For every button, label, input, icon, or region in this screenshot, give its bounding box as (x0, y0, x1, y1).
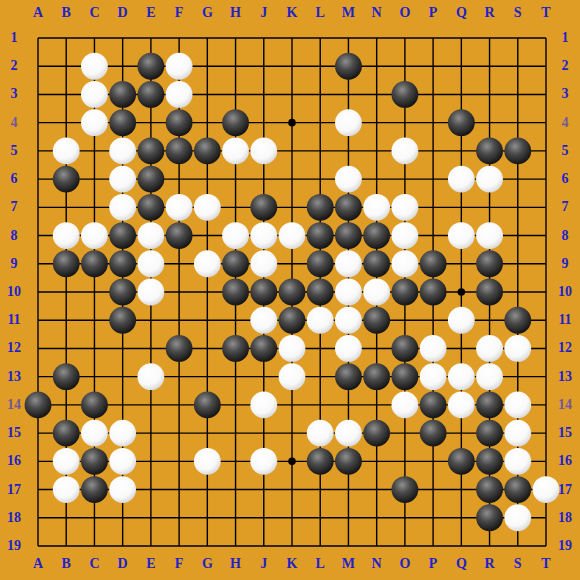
stone-white (109, 137, 136, 164)
row-label-right: 2 (562, 59, 569, 73)
stone-white (476, 222, 503, 249)
column-label-bottom: L (316, 557, 325, 571)
stone-black (81, 391, 108, 418)
stone-black (222, 250, 249, 277)
stone-white (81, 222, 108, 249)
stone-black (504, 476, 531, 503)
stone-black (363, 222, 390, 249)
row-label-left: 14 (7, 398, 21, 412)
stone-white (504, 391, 531, 418)
stone-black (137, 81, 164, 108)
stone-black (137, 53, 164, 80)
row-label-right: 11 (558, 313, 571, 327)
column-label-bottom: A (33, 557, 43, 571)
stone-black (363, 363, 390, 390)
stone-black (222, 279, 249, 306)
stone-white (166, 81, 193, 108)
row-label-right: 14 (558, 398, 572, 412)
stone-white (279, 335, 306, 362)
row-label-left: 10 (7, 285, 21, 299)
stone-white (250, 307, 277, 334)
row-label-right: 5 (562, 144, 569, 158)
column-label-bottom: G (202, 557, 213, 571)
stone-black (250, 279, 277, 306)
column-label-bottom: J (260, 557, 267, 571)
row-label-left: 7 (11, 200, 18, 214)
stone-white (420, 335, 447, 362)
stone-white (448, 307, 475, 334)
stone-black (363, 420, 390, 447)
stone-black (391, 279, 418, 306)
stone-black (335, 448, 362, 475)
row-label-right: 4 (562, 116, 569, 130)
stone-black (53, 250, 80, 277)
stone-black (420, 420, 447, 447)
column-label-bottom: P (429, 557, 438, 571)
row-label-right: 18 (558, 511, 572, 525)
stone-black (166, 137, 193, 164)
row-label-left: 13 (7, 370, 21, 384)
stone-black (476, 137, 503, 164)
row-label-left: 8 (11, 229, 18, 243)
stone-black (53, 363, 80, 390)
row-label-right: 12 (558, 341, 572, 355)
stone-white (137, 250, 164, 277)
stone-white (109, 448, 136, 475)
column-label-bottom: H (230, 557, 241, 571)
column-label-bottom: E (146, 557, 155, 571)
stone-white (448, 363, 475, 390)
stone-white (504, 448, 531, 475)
stone-white (137, 222, 164, 249)
stone-black (109, 109, 136, 136)
stone-black (335, 222, 362, 249)
stone-white (166, 194, 193, 221)
column-label-top: L (316, 6, 325, 20)
row-label-left: 5 (11, 144, 18, 158)
stone-black (53, 420, 80, 447)
column-label-top: Q (456, 6, 467, 20)
stone-black (166, 109, 193, 136)
stone-white (194, 194, 221, 221)
stone-black (363, 307, 390, 334)
row-label-left: 15 (7, 426, 21, 440)
stone-black (504, 307, 531, 334)
stone-white (137, 279, 164, 306)
star-point (288, 119, 296, 127)
row-label-left: 3 (11, 87, 18, 101)
stone-black (222, 335, 249, 362)
stone-white (476, 363, 503, 390)
stone-black (335, 194, 362, 221)
row-label-right: 9 (562, 257, 569, 271)
row-label-left: 16 (7, 454, 21, 468)
stone-black (109, 307, 136, 334)
row-label-right: 19 (558, 539, 572, 553)
stone-black (166, 335, 193, 362)
stone-black (81, 448, 108, 475)
stone-white (137, 363, 164, 390)
column-label-top: A (33, 6, 43, 20)
column-label-bottom: Q (456, 557, 467, 571)
row-label-left: 1 (11, 31, 18, 45)
stone-white (448, 166, 475, 193)
stone-black (391, 81, 418, 108)
stone-white (109, 476, 136, 503)
column-label-top: M (342, 6, 355, 20)
stone-white (504, 420, 531, 447)
stone-white (391, 137, 418, 164)
stone-black (222, 109, 249, 136)
column-label-top: G (202, 6, 213, 20)
stone-black (476, 448, 503, 475)
star-point (458, 288, 466, 296)
stone-black (420, 279, 447, 306)
stone-black (109, 222, 136, 249)
row-label-left: 6 (11, 172, 18, 186)
stone-black (307, 250, 334, 277)
stone-white (53, 448, 80, 475)
stone-white (335, 166, 362, 193)
stone-black (476, 250, 503, 277)
stone-white (53, 222, 80, 249)
stone-white (363, 194, 390, 221)
stone-black (391, 363, 418, 390)
stone-white (448, 222, 475, 249)
row-label-right: 10 (558, 285, 572, 299)
stone-black (81, 476, 108, 503)
row-label-left: 2 (11, 59, 18, 73)
stone-black (109, 81, 136, 108)
stone-white (81, 420, 108, 447)
stone-white (250, 137, 277, 164)
column-label-top: E (146, 6, 155, 20)
row-label-left: 18 (7, 511, 21, 525)
stone-black (166, 222, 193, 249)
row-label-left: 11 (7, 313, 20, 327)
column-label-top: T (541, 6, 550, 20)
column-label-bottom: T (541, 557, 550, 571)
column-label-bottom: F (175, 557, 184, 571)
column-label-bottom: O (399, 557, 410, 571)
stone-black (476, 279, 503, 306)
stone-black (250, 335, 277, 362)
stone-white (504, 335, 531, 362)
stone-white (307, 420, 334, 447)
stone-white (166, 53, 193, 80)
stone-white (335, 279, 362, 306)
stone-black (448, 448, 475, 475)
stone-black (476, 420, 503, 447)
stone-black (250, 194, 277, 221)
stone-white (335, 307, 362, 334)
stone-white (250, 448, 277, 475)
stone-white (420, 363, 447, 390)
stone-black (279, 307, 306, 334)
stone-black (81, 250, 108, 277)
stone-black (335, 53, 362, 80)
stone-white (335, 420, 362, 447)
column-label-bottom: M (342, 557, 355, 571)
stone-white (391, 391, 418, 418)
stone-white (250, 391, 277, 418)
stone-black (109, 250, 136, 277)
stone-white (109, 194, 136, 221)
stone-white (194, 448, 221, 475)
row-label-right: 17 (558, 483, 572, 497)
column-label-top: D (118, 6, 128, 20)
stone-black (476, 391, 503, 418)
stone-black (109, 279, 136, 306)
row-label-left: 12 (7, 341, 21, 355)
stone-black (448, 109, 475, 136)
column-label-bottom: C (89, 557, 99, 571)
stone-black (307, 222, 334, 249)
stone-white (363, 279, 390, 306)
stone-black (363, 250, 390, 277)
stone-white (279, 222, 306, 249)
stone-white (250, 250, 277, 277)
row-label-left: 17 (7, 483, 21, 497)
column-label-top: O (399, 6, 410, 20)
stone-white (307, 307, 334, 334)
column-label-top: N (372, 6, 382, 20)
stone-black (194, 137, 221, 164)
column-label-top: H (230, 6, 241, 20)
stone-black (25, 391, 52, 418)
stone-white (391, 194, 418, 221)
stone-white (335, 250, 362, 277)
stone-black (307, 279, 334, 306)
stone-white (81, 53, 108, 80)
star-point (288, 458, 296, 466)
column-label-bottom: N (372, 557, 382, 571)
stone-white (504, 504, 531, 531)
row-label-right: 6 (562, 172, 569, 186)
column-label-top: C (89, 6, 99, 20)
column-label-top: B (62, 6, 71, 20)
stone-white (194, 250, 221, 277)
column-label-top: R (484, 6, 494, 20)
stone-white (53, 137, 80, 164)
column-label-top: P (429, 6, 438, 20)
stone-black (307, 448, 334, 475)
stone-white (109, 166, 136, 193)
column-label-bottom: D (118, 557, 128, 571)
row-label-right: 16 (558, 454, 572, 468)
stone-black (53, 166, 80, 193)
row-label-right: 1 (562, 31, 569, 45)
row-label-left: 4 (11, 116, 18, 130)
row-label-right: 3 (562, 87, 569, 101)
stone-black (391, 476, 418, 503)
column-label-top: F (175, 6, 184, 20)
stone-white (250, 222, 277, 249)
stone-black (504, 137, 531, 164)
stone-black (137, 166, 164, 193)
stone-black (420, 250, 447, 277)
stone-white (109, 420, 136, 447)
stone-white (448, 391, 475, 418)
stone-white (335, 109, 362, 136)
stone-black (420, 391, 447, 418)
stone-black (391, 335, 418, 362)
stone-black (476, 476, 503, 503)
column-label-top: K (287, 6, 298, 20)
row-label-left: 9 (11, 257, 18, 271)
stone-white (391, 250, 418, 277)
row-label-right: 8 (562, 229, 569, 243)
row-label-right: 13 (558, 370, 572, 384)
stone-white (391, 222, 418, 249)
column-label-bottom: R (484, 557, 494, 571)
stone-white (476, 166, 503, 193)
stone-white (335, 335, 362, 362)
row-label-right: 15 (558, 426, 572, 440)
column-label-top: S (514, 6, 522, 20)
stone-white (222, 222, 249, 249)
column-label-bottom: S (514, 557, 522, 571)
stone-white (81, 109, 108, 136)
stone-black (137, 194, 164, 221)
go-board[interactable] (0, 0, 580, 580)
stone-black (279, 279, 306, 306)
stone-white (533, 476, 560, 503)
column-label-bottom: K (287, 557, 298, 571)
stone-white (222, 137, 249, 164)
go-board-screen: AABBCCDDEEFFGGHHJJKKLLMMNNOOPPQQRRSSTT11… (0, 0, 580, 580)
stone-white (476, 335, 503, 362)
stone-black (335, 363, 362, 390)
stone-black (476, 504, 503, 531)
stone-black (194, 391, 221, 418)
row-label-right: 7 (562, 200, 569, 214)
stone-white (53, 476, 80, 503)
column-label-top: J (260, 6, 267, 20)
stone-black (307, 194, 334, 221)
stone-white (279, 363, 306, 390)
stone-white (81, 81, 108, 108)
row-label-left: 19 (7, 539, 21, 553)
stone-black (137, 137, 164, 164)
column-label-bottom: B (62, 557, 71, 571)
